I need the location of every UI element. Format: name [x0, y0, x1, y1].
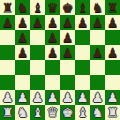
black-rook[interactable]: ♜ — [2, 0, 14, 15]
black-pawn[interactable]: ♟ — [2, 15, 14, 30]
square-c1[interactable]: ♝ — [30, 105, 45, 120]
square-f4[interactable] — [75, 60, 90, 75]
square-a8[interactable]: ♜ — [0, 0, 15, 15]
square-a7[interactable]: ♟ — [0, 15, 15, 30]
white-pawn[interactable]: ♟ — [92, 90, 104, 105]
square-g3[interactable] — [90, 75, 105, 90]
square-f6[interactable] — [75, 30, 90, 45]
square-d1[interactable]: ♛ — [45, 105, 60, 120]
black-pawn[interactable]: ♟ — [77, 15, 89, 30]
square-b4[interactable] — [15, 60, 30, 75]
square-g2[interactable]: ♟ — [90, 90, 105, 105]
black-bishop[interactable]: ♝ — [77, 0, 89, 15]
white-king[interactable]: ♚ — [62, 105, 74, 120]
black-pawn[interactable]: ♟ — [107, 45, 119, 60]
square-d7[interactable]: ♟ — [45, 15, 60, 30]
white-pawn[interactable]: ♟ — [32, 90, 44, 105]
black-king[interactable]: ♚ — [62, 0, 74, 15]
square-g1[interactable]: ♞ — [90, 105, 105, 120]
black-pawn[interactable]: ♟ — [92, 15, 104, 30]
square-d3[interactable] — [45, 75, 60, 90]
square-d5[interactable]: ♟ — [45, 45, 60, 60]
chess-board: ♜♞♝♛♚♝♞♜♟♟♟♟♟♟♟♟♟♟♟♟♟♟♟♟♟♟♟♟♟♟♟♟♜♞♝♛♚♝♞♜ — [0, 0, 120, 120]
square-g4[interactable] — [90, 60, 105, 75]
black-pawn[interactable]: ♟ — [92, 45, 104, 60]
square-b1[interactable]: ♞ — [15, 105, 30, 120]
white-pawn[interactable]: ♟ — [47, 90, 59, 105]
square-h4[interactable] — [105, 60, 120, 75]
square-g5[interactable]: ♟ — [90, 45, 105, 60]
square-b7[interactable]: ♟ — [15, 15, 30, 30]
square-c5[interactable] — [30, 45, 45, 60]
square-e3[interactable] — [60, 75, 75, 90]
square-e4[interactable] — [60, 60, 75, 75]
square-e2[interactable]: ♟ — [60, 90, 75, 105]
white-pawn[interactable]: ♟ — [62, 90, 74, 105]
white-rook[interactable]: ♜ — [2, 105, 14, 120]
square-h1[interactable]: ♜ — [105, 105, 120, 120]
black-pawn[interactable]: ♟ — [107, 15, 119, 30]
square-a2[interactable]: ♟ — [0, 90, 15, 105]
white-pawn[interactable]: ♟ — [17, 90, 29, 105]
black-pawn[interactable]: ♟ — [47, 45, 59, 60]
square-f3[interactable] — [75, 75, 90, 90]
square-d8[interactable]: ♛ — [45, 0, 60, 15]
square-c3[interactable] — [30, 75, 45, 90]
black-pawn[interactable]: ♟ — [17, 45, 29, 60]
square-f2[interactable]: ♟ — [75, 90, 90, 105]
square-e7[interactable]: ♟ — [60, 15, 75, 30]
white-knight[interactable]: ♞ — [17, 105, 29, 120]
black-pawn[interactable]: ♟ — [17, 15, 29, 30]
square-h6[interactable] — [105, 30, 120, 45]
square-d2[interactable]: ♟ — [45, 90, 60, 105]
white-pawn[interactable]: ♟ — [77, 90, 89, 105]
square-b2[interactable]: ♟ — [15, 90, 30, 105]
square-e8[interactable]: ♚ — [60, 0, 75, 15]
square-g8[interactable]: ♞ — [90, 0, 105, 15]
square-c2[interactable]: ♟ — [30, 90, 45, 105]
square-f1[interactable]: ♝ — [75, 105, 90, 120]
square-f8[interactable]: ♝ — [75, 0, 90, 15]
black-bishop[interactable]: ♝ — [32, 0, 44, 15]
black-knight[interactable]: ♞ — [17, 0, 29, 15]
white-queen[interactable]: ♛ — [47, 105, 59, 120]
square-c8[interactable]: ♝ — [30, 0, 45, 15]
square-g7[interactable]: ♟ — [90, 15, 105, 30]
white-bishop[interactable]: ♝ — [32, 105, 44, 120]
square-b5[interactable]: ♟ — [15, 45, 30, 60]
black-pawn[interactable]: ♟ — [62, 30, 74, 45]
square-d6[interactable]: ♟ — [45, 30, 60, 45]
square-b3[interactable] — [15, 75, 30, 90]
square-b8[interactable]: ♞ — [15, 0, 30, 15]
square-c4[interactable] — [30, 60, 45, 75]
square-h8[interactable]: ♜ — [105, 0, 120, 15]
black-pawn[interactable]: ♟ — [62, 45, 74, 60]
white-rook[interactable]: ♜ — [107, 105, 119, 120]
square-a6[interactable] — [0, 30, 15, 45]
square-e5[interactable]: ♟ — [60, 45, 75, 60]
black-knight[interactable]: ♞ — [92, 0, 104, 15]
black-pawn[interactable]: ♟ — [47, 30, 59, 45]
square-d4[interactable] — [45, 60, 60, 75]
black-queen[interactable]: ♛ — [47, 0, 59, 15]
square-a5[interactable] — [0, 45, 15, 60]
square-e1[interactable]: ♚ — [60, 105, 75, 120]
square-c7[interactable]: ♟ — [30, 15, 45, 30]
black-rook[interactable]: ♜ — [107, 0, 119, 15]
white-pawn[interactable]: ♟ — [2, 90, 14, 105]
square-f7[interactable]: ♟ — [75, 15, 90, 30]
square-f5[interactable] — [75, 45, 90, 60]
square-c6[interactable] — [30, 30, 45, 45]
square-h3[interactable] — [105, 75, 120, 90]
black-pawn[interactable]: ♟ — [62, 15, 74, 30]
square-b6[interactable]: ♟ — [15, 30, 30, 45]
square-a4[interactable] — [0, 60, 15, 75]
square-a1[interactable]: ♜ — [0, 105, 15, 120]
white-pawn[interactable]: ♟ — [107, 90, 119, 105]
white-bishop[interactable]: ♝ — [77, 105, 89, 120]
black-pawn[interactable]: ♟ — [17, 30, 29, 45]
black-pawn[interactable]: ♟ — [47, 15, 59, 30]
square-h7[interactable]: ♟ — [105, 15, 120, 30]
square-h2[interactable]: ♟ — [105, 90, 120, 105]
white-knight[interactable]: ♞ — [92, 105, 104, 120]
square-g6[interactable] — [90, 30, 105, 45]
square-h5[interactable]: ♟ — [105, 45, 120, 60]
black-pawn[interactable]: ♟ — [32, 15, 44, 30]
square-e6[interactable]: ♟ — [60, 30, 75, 45]
square-a3[interactable] — [0, 75, 15, 90]
